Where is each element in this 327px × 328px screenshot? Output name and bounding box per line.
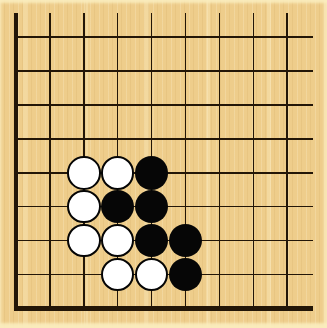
intersection[interactable] (168, 291, 202, 325)
intersection[interactable] (0, 156, 33, 190)
intersection[interactable] (236, 258, 270, 292)
intersection[interactable] (202, 54, 236, 88)
intersection[interactable] (236, 122, 270, 156)
intersection[interactable] (67, 156, 101, 190)
intersection[interactable] (236, 224, 270, 258)
intersection[interactable] (33, 156, 67, 190)
intersection[interactable] (168, 122, 202, 156)
intersection[interactable] (33, 258, 67, 292)
intersection[interactable] (67, 20, 101, 54)
intersection[interactable] (67, 88, 101, 122)
intersection[interactable] (270, 291, 304, 325)
intersection[interactable] (202, 122, 236, 156)
intersection[interactable] (135, 122, 169, 156)
intersection[interactable] (202, 190, 236, 224)
white-stone[interactable] (67, 156, 101, 190)
intersection[interactable] (202, 224, 236, 258)
intersection[interactable] (33, 190, 67, 224)
white-stone[interactable] (67, 224, 101, 258)
intersection[interactable] (101, 291, 135, 325)
intersection[interactable] (202, 291, 236, 325)
intersection[interactable] (236, 291, 270, 325)
intersection[interactable] (0, 190, 33, 224)
intersection[interactable] (236, 20, 270, 54)
intersection[interactable] (168, 190, 202, 224)
intersection[interactable] (101, 190, 135, 224)
intersection[interactable] (0, 54, 33, 88)
intersection[interactable] (101, 122, 135, 156)
intersection[interactable] (270, 258, 304, 292)
intersection[interactable] (168, 88, 202, 122)
intersection[interactable] (33, 88, 67, 122)
intersection[interactable] (202, 258, 236, 292)
white-stone[interactable] (101, 224, 135, 258)
intersection[interactable] (202, 88, 236, 122)
black-stone[interactable] (135, 190, 169, 224)
intersection[interactable] (270, 122, 304, 156)
intersection[interactable] (0, 20, 33, 54)
intersection[interactable] (101, 20, 135, 54)
intersection[interactable] (236, 156, 270, 190)
intersection[interactable] (168, 224, 202, 258)
intersection[interactable] (135, 156, 169, 190)
intersection[interactable] (270, 88, 304, 122)
black-stone[interactable] (135, 224, 169, 258)
intersection[interactable] (101, 156, 135, 190)
white-stone[interactable] (135, 258, 169, 292)
intersection[interactable] (33, 54, 67, 88)
intersection[interactable] (0, 224, 33, 258)
intersection[interactable] (236, 54, 270, 88)
intersection[interactable] (270, 190, 304, 224)
white-stone[interactable] (67, 190, 101, 224)
intersection[interactable] (67, 54, 101, 88)
intersection[interactable] (135, 224, 169, 258)
intersection[interactable] (168, 54, 202, 88)
intersection[interactable] (270, 20, 304, 54)
white-stone[interactable] (101, 258, 135, 292)
intersection[interactable] (67, 190, 101, 224)
intersection[interactable] (33, 291, 67, 325)
intersection[interactable] (168, 20, 202, 54)
intersection[interactable] (101, 258, 135, 292)
intersection[interactable] (135, 88, 169, 122)
intersection[interactable] (236, 88, 270, 122)
intersection[interactable] (33, 20, 67, 54)
intersection[interactable] (67, 122, 101, 156)
intersection[interactable] (270, 54, 304, 88)
intersection[interactable] (67, 224, 101, 258)
black-stone[interactable] (101, 190, 135, 224)
intersection[interactable] (101, 54, 135, 88)
intersection[interactable] (135, 20, 169, 54)
intersection[interactable] (202, 20, 236, 54)
intersection[interactable] (135, 190, 169, 224)
intersection[interactable] (0, 122, 33, 156)
intersection[interactable] (270, 224, 304, 258)
white-stone[interactable] (101, 156, 135, 190)
intersection[interactable] (101, 224, 135, 258)
intersection[interactable] (202, 156, 236, 190)
intersection[interactable] (33, 224, 67, 258)
intersection[interactable] (67, 291, 101, 325)
intersection[interactable] (135, 54, 169, 88)
intersection[interactable] (270, 156, 304, 190)
intersection[interactable] (135, 258, 169, 292)
intersection[interactable] (135, 291, 169, 325)
go-board (0, 0, 327, 328)
black-stone[interactable] (135, 156, 169, 190)
intersection[interactable] (0, 291, 33, 325)
intersection[interactable] (168, 156, 202, 190)
intersection[interactable] (0, 258, 33, 292)
intersection[interactable] (0, 88, 33, 122)
intersection[interactable] (236, 190, 270, 224)
intersection[interactable] (67, 258, 101, 292)
intersection[interactable] (33, 122, 67, 156)
intersection[interactable] (101, 88, 135, 122)
black-stone[interactable] (169, 224, 203, 258)
board-grid (0, 20, 304, 325)
black-stone[interactable] (169, 258, 203, 292)
intersection[interactable] (168, 258, 202, 292)
